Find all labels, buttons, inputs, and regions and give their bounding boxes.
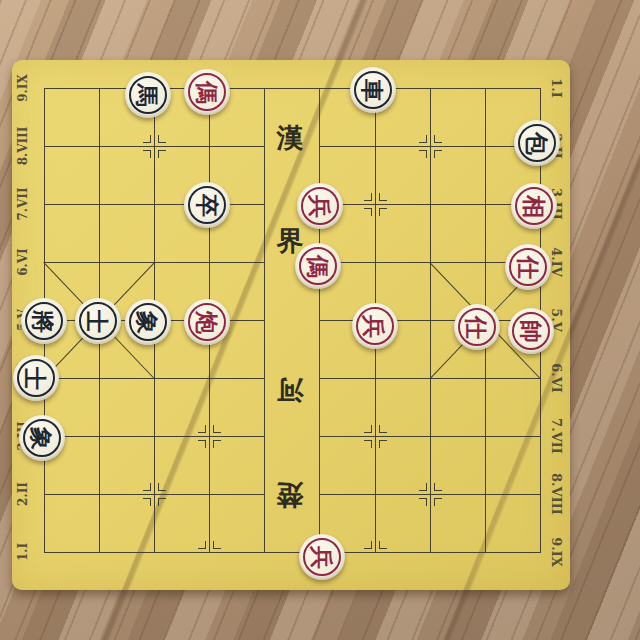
grid-horizontal-line	[319, 494, 541, 495]
point-mark	[364, 440, 372, 448]
piece-glyph: 炮	[196, 311, 219, 334]
photo-scene: 漢界河楚1.I2.II3.III4.IV5.V6.VI7.VII8.VIII9.…	[0, 0, 640, 640]
file-label-left: 7.VII	[17, 187, 29, 220]
piece-ring: 兵	[356, 307, 394, 345]
piece-ring: 炮	[188, 303, 226, 341]
point-mark	[364, 193, 372, 201]
point-mark	[198, 425, 206, 433]
piece-ring: 兵	[303, 538, 341, 576]
piece-red-soldier-3[interactable]: 兵	[299, 534, 345, 580]
point-mark	[143, 498, 151, 506]
piece-ring: 仕	[458, 308, 496, 346]
piece-red-elephant[interactable]: 相	[511, 183, 557, 229]
piece-red-horse-2[interactable]: 傌	[295, 243, 341, 289]
point-mark	[379, 208, 387, 216]
piece-glyph: 車	[361, 79, 384, 102]
point-mark	[213, 541, 221, 549]
file-label-right: 6.VI	[550, 363, 563, 393]
grid-horizontal-line	[319, 436, 541, 437]
point-mark	[143, 150, 151, 158]
piece-red-soldier-2[interactable]: 兵	[352, 303, 398, 349]
piece-glyph: 仕	[465, 316, 488, 339]
point-mark	[434, 135, 442, 143]
piece-red-soldier[interactable]: 兵	[297, 183, 343, 229]
grid-horizontal-line	[44, 378, 266, 379]
piece-glyph: 兵	[363, 315, 386, 338]
piece-glyph: 士	[86, 310, 109, 333]
file-label-left: 1.I	[17, 543, 29, 561]
point-mark	[434, 150, 442, 158]
grid-horizontal-line	[44, 88, 542, 89]
grid-horizontal-line	[44, 204, 266, 205]
piece-black-chariot[interactable]: 車	[350, 67, 396, 113]
river-character: 界	[277, 227, 304, 254]
piece-ring: 仕	[509, 248, 547, 286]
piece-ring: 將	[25, 302, 63, 340]
piece-red-advisor-2[interactable]: 仕	[454, 304, 500, 350]
piece-ring: 卒	[188, 186, 226, 224]
piece-glyph: 象	[136, 311, 159, 334]
piece-black-cannon[interactable]: 包	[514, 120, 560, 166]
point-mark	[379, 440, 387, 448]
piece-ring: 象	[129, 303, 167, 341]
piece-glyph: 包	[526, 132, 549, 155]
point-mark	[158, 135, 166, 143]
point-mark	[419, 483, 427, 491]
piece-black-elephant-2[interactable]: 象	[19, 415, 65, 461]
file-label-left: 2.II	[17, 482, 29, 506]
point-mark	[198, 440, 206, 448]
river-character: 漢	[277, 124, 304, 151]
piece-ring: 帥	[512, 312, 550, 350]
grid-horizontal-line	[319, 146, 541, 147]
file-label-right: 4.IV	[550, 247, 563, 277]
piece-glyph: 相	[523, 195, 546, 218]
piece-ring: 士	[17, 359, 55, 397]
file-label-left: 8.VIII	[17, 127, 29, 166]
point-mark	[419, 135, 427, 143]
piece-ring: 兵	[301, 187, 339, 225]
grid-horizontal-line	[44, 146, 266, 147]
piece-glyph: 將	[32, 310, 55, 333]
point-mark	[419, 150, 427, 158]
piece-glyph: 帥	[520, 320, 543, 343]
grid-horizontal-line	[319, 204, 541, 205]
piece-red-horse[interactable]: 傌	[184, 69, 230, 115]
piece-black-horse[interactable]: 馬	[125, 72, 171, 118]
point-mark	[364, 425, 372, 433]
piece-ring: 象	[23, 419, 61, 457]
river-character: 楚	[277, 482, 304, 509]
grid-horizontal-line	[44, 494, 266, 495]
piece-glyph: 卒	[196, 194, 219, 217]
piece-ring: 馬	[129, 76, 167, 114]
grid-horizontal-line	[44, 436, 266, 437]
point-mark	[158, 498, 166, 506]
point-mark	[379, 425, 387, 433]
point-mark	[198, 541, 206, 549]
point-mark	[434, 498, 442, 506]
piece-glyph: 士	[24, 367, 47, 390]
point-mark	[434, 483, 442, 491]
piece-black-elephant[interactable]: 象	[125, 299, 171, 345]
file-label-right: 9.IX	[550, 537, 563, 567]
file-label-left: 9.IX	[17, 74, 29, 101]
grid-horizontal-line	[44, 552, 542, 553]
point-mark	[364, 208, 372, 216]
piece-glyph: 兵	[311, 546, 334, 569]
point-mark	[364, 541, 372, 549]
piece-ring: 傌	[188, 73, 226, 111]
piece-glyph: 仕	[517, 256, 540, 279]
piece-ring: 傌	[299, 247, 337, 285]
file-label-right: 7.VII	[550, 418, 563, 454]
river-character: 河	[277, 377, 304, 404]
point-mark	[419, 498, 427, 506]
file-label-left: 6.VI	[17, 248, 29, 275]
piece-ring: 包	[518, 124, 556, 162]
piece-ring: 相	[515, 187, 553, 225]
piece-ring: 士	[79, 302, 117, 340]
piece-glyph: 象	[30, 427, 53, 450]
point-mark	[158, 483, 166, 491]
piece-glyph: 兵	[309, 195, 332, 218]
piece-red-general[interactable]: 帥	[508, 308, 554, 354]
point-mark	[213, 440, 221, 448]
piece-black-soldier[interactable]: 卒	[184, 182, 230, 228]
point-mark	[379, 541, 387, 549]
piece-red-cannon[interactable]: 炮	[184, 299, 230, 345]
piece-black-general[interactable]: 將	[21, 298, 67, 344]
point-mark	[213, 425, 221, 433]
file-label-right: 8.VIII	[550, 473, 563, 515]
point-mark	[143, 483, 151, 491]
piece-glyph: 傌	[196, 81, 219, 104]
file-label-right: 1.I	[550, 78, 563, 98]
piece-ring: 車	[354, 71, 392, 109]
point-mark	[379, 193, 387, 201]
point-mark	[143, 135, 151, 143]
piece-black-advisor[interactable]: 士	[75, 298, 121, 344]
point-mark	[158, 150, 166, 158]
piece-glyph: 馬	[136, 84, 159, 107]
piece-black-advisor-2[interactable]: 士	[13, 355, 59, 401]
piece-red-advisor[interactable]: 仕	[505, 244, 551, 290]
piece-glyph: 傌	[307, 255, 330, 278]
